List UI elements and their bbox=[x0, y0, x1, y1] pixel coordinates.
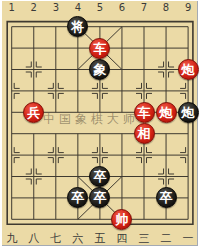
xiangqi-board: 123456789 中国象棋大师 将车象炮兵车炮炮相卒卒卒卒帅 九八七六五四三二… bbox=[2, 1, 198, 246]
piece-red-chariot[interactable]: 车 bbox=[134, 102, 155, 123]
file-labels-bottom: 九八七六五四三二一 bbox=[1, 233, 199, 245]
file-label-bottom-1: 九 bbox=[1, 233, 23, 245]
piece-red-cannon[interactable]: 炮 bbox=[178, 59, 199, 80]
piece-black-soldier[interactable]: 卒 bbox=[156, 187, 177, 208]
piece-black-elephant[interactable]: 象 bbox=[89, 59, 110, 80]
piece-black-general[interactable]: 将 bbox=[67, 16, 88, 37]
piece-red-elephant[interactable]: 相 bbox=[134, 123, 155, 144]
file-label-bottom-7: 三 bbox=[133, 233, 155, 245]
file-label-bottom-4: 六 bbox=[67, 233, 89, 245]
file-label-bottom-8: 二 bbox=[155, 233, 177, 245]
piece-black-soldier[interactable]: 卒 bbox=[89, 166, 110, 187]
file-label-bottom-3: 七 bbox=[45, 233, 67, 245]
piece-red-chariot[interactable]: 车 bbox=[89, 38, 110, 59]
file-label-bottom-2: 八 bbox=[23, 233, 45, 245]
piece-red-general[interactable]: 帅 bbox=[111, 209, 132, 230]
file-label-top-7: 7 bbox=[133, 1, 155, 15]
piece-red-soldier[interactable]: 兵 bbox=[23, 102, 44, 123]
piece-black-cannon[interactable]: 炮 bbox=[178, 102, 199, 123]
file-label-bottom-5: 五 bbox=[89, 233, 111, 245]
file-label-bottom-6: 四 bbox=[111, 233, 133, 245]
file-label-top-6: 6 bbox=[111, 1, 133, 15]
file-label-top-4: 4 bbox=[67, 1, 89, 15]
xiangqi-diagram: 123456789 中国象棋大师 将车象炮兵车炮炮相卒卒卒卒帅 九八七六五四三二… bbox=[0, 0, 200, 248]
file-label-top-2: 2 bbox=[23, 1, 45, 15]
file-label-top-9: 9 bbox=[177, 1, 199, 15]
piece-red-cannon[interactable]: 炮 bbox=[156, 102, 177, 123]
file-labels-top: 123456789 bbox=[1, 1, 199, 15]
file-label-bottom-9: 一 bbox=[177, 233, 199, 245]
file-label-top-8: 8 bbox=[155, 1, 177, 15]
file-label-top-3: 3 bbox=[45, 1, 67, 15]
file-label-top-1: 1 bbox=[1, 1, 23, 15]
piece-black-soldier[interactable]: 卒 bbox=[67, 187, 88, 208]
piece-black-soldier[interactable]: 卒 bbox=[89, 187, 110, 208]
piece-grid: 将车象炮兵车炮炮相卒卒卒卒帅 bbox=[1, 16, 199, 230]
file-label-top-5: 5 bbox=[89, 1, 111, 15]
